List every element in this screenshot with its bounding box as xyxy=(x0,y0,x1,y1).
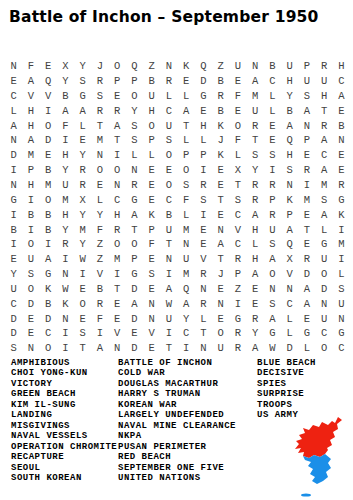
grid-cell-q14[interactable]: X xyxy=(281,252,298,267)
grid-cell-o10[interactable]: R xyxy=(247,193,264,208)
grid-cell-c10[interactable]: O xyxy=(40,193,57,208)
grid-cell-l9[interactable]: R xyxy=(195,178,212,193)
grid-cell-f5[interactable]: T xyxy=(91,118,108,133)
grid-cell-s5[interactable]: R xyxy=(316,118,333,133)
grid-cell-b17[interactable]: D xyxy=(22,297,39,312)
grid-cell-s7[interactable]: C xyxy=(316,148,333,163)
grid-cell-a17[interactable]: C xyxy=(5,297,22,312)
grid-cell-l14[interactable]: V xyxy=(195,252,212,267)
grid-cell-l5[interactable]: H xyxy=(195,118,212,133)
grid-cell-b19[interactable]: E xyxy=(22,326,39,341)
grid-cell-c20[interactable]: O xyxy=(40,341,57,356)
grid-cell-t19[interactable]: G xyxy=(333,326,350,341)
grid-cell-o4[interactable]: U xyxy=(247,104,264,119)
grid-cell-q10[interactable]: K xyxy=(281,193,298,208)
grid-cell-a14[interactable]: E xyxy=(5,252,22,267)
grid-cell-o3[interactable]: M xyxy=(247,89,264,104)
grid-cell-e5[interactable]: L xyxy=(74,118,91,133)
grid-cell-l1[interactable]: Q xyxy=(195,59,212,74)
grid-cell-q20[interactable]: D xyxy=(281,341,298,356)
grid-cell-k15[interactable]: M xyxy=(178,267,195,282)
grid-cell-c8[interactable]: B xyxy=(40,163,57,178)
grid-cell-i15[interactable]: S xyxy=(143,267,160,282)
grid-cell-o18[interactable]: R xyxy=(247,311,264,326)
grid-cell-a16[interactable]: U xyxy=(5,282,22,297)
grid-cell-n2[interactable]: E xyxy=(229,74,246,89)
grid-cell-h1[interactable]: Q xyxy=(126,59,143,74)
grid-cell-n4[interactable]: E xyxy=(229,104,246,119)
grid-cell-j6[interactable]: S xyxy=(160,133,177,148)
grid-cell-d13[interactable]: R xyxy=(57,237,74,252)
grid-cell-c14[interactable]: A xyxy=(40,252,57,267)
grid-cell-g16[interactable]: T xyxy=(109,282,126,297)
grid-cell-m14[interactable]: T xyxy=(212,252,229,267)
grid-cell-i4[interactable]: H xyxy=(143,104,160,119)
grid-cell-t11[interactable]: K xyxy=(333,208,350,223)
grid-cell-r4[interactable]: A xyxy=(298,104,315,119)
grid-cell-t14[interactable]: I xyxy=(333,252,350,267)
grid-cell-b9[interactable]: H xyxy=(22,178,39,193)
grid-cell-t13[interactable]: M xyxy=(333,237,350,252)
grid-cell-d6[interactable]: I xyxy=(57,133,74,148)
grid-cell-f12[interactable]: F xyxy=(91,222,108,237)
grid-cell-h17[interactable]: A xyxy=(126,297,143,312)
grid-cell-o15[interactable]: A xyxy=(247,267,264,282)
grid-cell-s9[interactable]: M xyxy=(316,178,333,193)
grid-cell-i13[interactable]: F xyxy=(143,237,160,252)
grid-cell-f13[interactable]: Z xyxy=(91,237,108,252)
grid-cell-l10[interactable]: S xyxy=(195,193,212,208)
grid-cell-m4[interactable]: B xyxy=(212,104,229,119)
grid-cell-p20[interactable]: W xyxy=(264,341,281,356)
grid-cell-p5[interactable]: E xyxy=(264,118,281,133)
grid-cell-k10[interactable]: F xyxy=(178,193,195,208)
grid-cell-e12[interactable]: M xyxy=(74,222,91,237)
grid-cell-b15[interactable]: S xyxy=(22,267,39,282)
grid-cell-k17[interactable]: A xyxy=(178,297,195,312)
grid-cell-b20[interactable]: N xyxy=(22,341,39,356)
grid-cell-k11[interactable]: L xyxy=(178,208,195,223)
grid-cell-p14[interactable]: A xyxy=(264,252,281,267)
grid-cell-f10[interactable]: L xyxy=(91,193,108,208)
grid-cell-n9[interactable]: T xyxy=(229,178,246,193)
grid-cell-q2[interactable]: H xyxy=(281,74,298,89)
grid-cell-l19[interactable]: T xyxy=(195,326,212,341)
grid-cell-p2[interactable]: C xyxy=(264,74,281,89)
grid-cell-r6[interactable]: P xyxy=(298,133,315,148)
grid-cell-f1[interactable]: J xyxy=(91,59,108,74)
grid-cell-k1[interactable]: K xyxy=(178,59,195,74)
grid-cell-b5[interactable]: H xyxy=(22,118,39,133)
grid-cell-i5[interactable]: O xyxy=(143,118,160,133)
grid-cell-q12[interactable]: A xyxy=(281,222,298,237)
grid-cell-s10[interactable]: S xyxy=(316,193,333,208)
grid-cell-r17[interactable]: A xyxy=(298,297,315,312)
grid-cell-s12[interactable]: L xyxy=(316,222,333,237)
grid-cell-e6[interactable]: E xyxy=(74,133,91,148)
grid-cell-e17[interactable]: O xyxy=(74,297,91,312)
grid-cell-m18[interactable]: E xyxy=(212,311,229,326)
grid-cell-t18[interactable]: N xyxy=(333,311,350,326)
grid-cell-m3[interactable]: R xyxy=(212,89,229,104)
grid-cell-d1[interactable]: X xyxy=(57,59,74,74)
grid-cell-l16[interactable]: N xyxy=(195,282,212,297)
grid-cell-j10[interactable]: C xyxy=(160,193,177,208)
grid-cell-p4[interactable]: L xyxy=(264,104,281,119)
grid-cell-c2[interactable]: Q xyxy=(40,74,57,89)
grid-cell-g4[interactable]: R xyxy=(109,104,126,119)
grid-cell-r2[interactable]: U xyxy=(298,74,315,89)
grid-cell-b3[interactable]: V xyxy=(22,89,39,104)
grid-cell-b14[interactable]: U xyxy=(22,252,39,267)
grid-cell-k5[interactable]: T xyxy=(178,118,195,133)
grid-cell-e14[interactable]: W xyxy=(74,252,91,267)
grid-cell-n19[interactable]: R xyxy=(229,326,246,341)
grid-cell-n10[interactable]: S xyxy=(229,193,246,208)
grid-cell-a19[interactable]: D xyxy=(5,326,22,341)
grid-cell-s3[interactable]: H xyxy=(316,89,333,104)
grid-cell-r3[interactable]: S xyxy=(298,89,315,104)
grid-cell-o1[interactable]: N xyxy=(247,59,264,74)
grid-cell-e10[interactable]: X xyxy=(74,193,91,208)
grid-cell-b12[interactable]: I xyxy=(22,222,39,237)
grid-cell-m20[interactable]: U xyxy=(212,341,229,356)
grid-cell-r11[interactable]: E xyxy=(298,208,315,223)
grid-cell-r7[interactable]: E xyxy=(298,148,315,163)
grid-cell-t5[interactable]: B xyxy=(333,118,350,133)
grid-cell-b8[interactable]: P xyxy=(22,163,39,178)
grid-cell-g6[interactable]: T xyxy=(109,133,126,148)
grid-cell-m16[interactable]: E xyxy=(212,282,229,297)
grid-cell-b16[interactable]: O xyxy=(22,282,39,297)
grid-cell-h18[interactable]: D xyxy=(126,311,143,326)
grid-cell-c15[interactable]: G xyxy=(40,267,57,282)
grid-cell-l18[interactable]: L xyxy=(195,311,212,326)
grid-cell-l8[interactable]: I xyxy=(195,163,212,178)
grid-cell-a20[interactable]: S xyxy=(5,341,22,356)
grid-cell-f11[interactable]: Y xyxy=(91,208,108,223)
grid-cell-g20[interactable]: N xyxy=(109,341,126,356)
grid-cell-i10[interactable]: E xyxy=(143,193,160,208)
grid-cell-d11[interactable]: H xyxy=(57,208,74,223)
grid-cell-a9[interactable]: N xyxy=(5,178,22,193)
grid-cell-h5[interactable]: S xyxy=(126,118,143,133)
grid-cell-a6[interactable]: N xyxy=(5,133,22,148)
grid-cell-k8[interactable]: O xyxy=(178,163,195,178)
grid-cell-e19[interactable]: S xyxy=(74,326,91,341)
grid-cell-g17[interactable]: E xyxy=(109,297,126,312)
grid-cell-s11[interactable]: A xyxy=(316,208,333,223)
grid-cell-o8[interactable]: Y xyxy=(247,163,264,178)
grid-cell-i9[interactable]: E xyxy=(143,178,160,193)
grid-cell-c12[interactable]: B xyxy=(40,222,57,237)
grid-cell-o16[interactable]: E xyxy=(247,282,264,297)
grid-cell-m8[interactable]: E xyxy=(212,163,229,178)
grid-cell-d19[interactable]: I xyxy=(57,326,74,341)
grid-cell-j8[interactable]: E xyxy=(160,163,177,178)
grid-cell-g13[interactable]: O xyxy=(109,237,126,252)
grid-cell-t9[interactable]: R xyxy=(333,178,350,193)
grid-cell-s6[interactable]: A xyxy=(316,133,333,148)
grid-cell-r18[interactable]: E xyxy=(298,311,315,326)
grid-cell-k7[interactable]: P xyxy=(178,148,195,163)
grid-cell-b4[interactable]: H xyxy=(22,104,39,119)
grid-cell-s14[interactable]: U xyxy=(316,252,333,267)
grid-cell-r9[interactable]: I xyxy=(298,178,315,193)
grid-cell-e20[interactable]: T xyxy=(74,341,91,356)
grid-cell-i16[interactable]: E xyxy=(143,282,160,297)
grid-cell-t17[interactable]: U xyxy=(333,297,350,312)
grid-cell-r19[interactable]: G xyxy=(298,326,315,341)
grid-cell-d7[interactable]: H xyxy=(57,148,74,163)
grid-cell-m2[interactable]: B xyxy=(212,74,229,89)
grid-cell-r5[interactable]: N xyxy=(298,118,315,133)
grid-cell-r12[interactable]: T xyxy=(298,222,315,237)
grid-cell-p18[interactable]: A xyxy=(264,311,281,326)
grid-cell-e15[interactable]: I xyxy=(74,267,91,282)
grid-cell-k3[interactable]: L xyxy=(178,89,195,104)
grid-cell-p12[interactable]: U xyxy=(264,222,281,237)
grid-cell-a15[interactable]: Y xyxy=(5,267,22,282)
grid-cell-m9[interactable]: E xyxy=(212,178,229,193)
grid-cell-b2[interactable]: A xyxy=(22,74,39,89)
grid-cell-e4[interactable]: A xyxy=(74,104,91,119)
grid-cell-s20[interactable]: O xyxy=(316,341,333,356)
grid-cell-e7[interactable]: Y xyxy=(74,148,91,163)
grid-cell-t3[interactable]: A xyxy=(333,89,350,104)
grid-cell-q5[interactable]: A xyxy=(281,118,298,133)
grid-cell-i6[interactable]: P xyxy=(143,133,160,148)
grid-cell-g11[interactable]: H xyxy=(109,208,126,223)
grid-cell-g5[interactable]: A xyxy=(109,118,126,133)
grid-cell-o7[interactable]: S xyxy=(247,148,264,163)
grid-cell-n3[interactable]: F xyxy=(229,89,246,104)
grid-cell-l6[interactable]: L xyxy=(195,133,212,148)
grid-cell-h14[interactable]: P xyxy=(126,252,143,267)
grid-cell-e18[interactable]: E xyxy=(74,311,91,326)
grid-cell-n20[interactable]: R xyxy=(229,341,246,356)
grid-cell-j17[interactable]: W xyxy=(160,297,177,312)
grid-cell-t2[interactable]: C xyxy=(333,74,350,89)
grid-cell-o9[interactable]: R xyxy=(247,178,264,193)
grid-cell-a7[interactable]: D xyxy=(5,148,22,163)
grid-cell-n16[interactable]: Z xyxy=(229,282,246,297)
grid-cell-t1[interactable]: H xyxy=(333,59,350,74)
grid-cell-n12[interactable]: V xyxy=(229,222,246,237)
grid-cell-i1[interactable]: Z xyxy=(143,59,160,74)
grid-cell-b13[interactable]: O xyxy=(22,237,39,252)
grid-cell-m17[interactable]: N xyxy=(212,297,229,312)
grid-cell-c7[interactable]: E xyxy=(40,148,57,163)
grid-cell-i8[interactable]: E xyxy=(143,163,160,178)
grid-cell-e13[interactable]: Y xyxy=(74,237,91,252)
grid-cell-m15[interactable]: J xyxy=(212,267,229,282)
grid-cell-h19[interactable]: E xyxy=(126,326,143,341)
grid-cell-o20[interactable]: A xyxy=(247,341,264,356)
grid-cell-h6[interactable]: S xyxy=(126,133,143,148)
grid-cell-e1[interactable]: Y xyxy=(74,59,91,74)
grid-cell-f19[interactable]: I xyxy=(91,326,108,341)
grid-cell-n6[interactable]: F xyxy=(229,133,246,148)
grid-cell-s4[interactable]: T xyxy=(316,104,333,119)
grid-cell-j2[interactable]: R xyxy=(160,74,177,89)
grid-cell-s15[interactable]: O xyxy=(316,267,333,282)
grid-cell-d2[interactable]: Y xyxy=(57,74,74,89)
grid-cell-t20[interactable]: C xyxy=(333,341,350,356)
grid-cell-j20[interactable]: T xyxy=(160,341,177,356)
grid-cell-g8[interactable]: O xyxy=(109,163,126,178)
grid-cell-n1[interactable]: U xyxy=(229,59,246,74)
grid-cell-p9[interactable]: R xyxy=(264,178,281,193)
grid-cell-h13[interactable]: O xyxy=(126,237,143,252)
grid-cell-a18[interactable]: D xyxy=(5,311,22,326)
grid-cell-j5[interactable]: U xyxy=(160,118,177,133)
grid-cell-q9[interactable]: N xyxy=(281,178,298,193)
grid-cell-j7[interactable]: O xyxy=(160,148,177,163)
grid-cell-j18[interactable]: U xyxy=(160,311,177,326)
grid-cell-o19[interactable]: Y xyxy=(247,326,264,341)
grid-cell-o17[interactable]: E xyxy=(247,297,264,312)
grid-cell-a8[interactable]: I xyxy=(5,163,22,178)
grid-cell-q7[interactable]: H xyxy=(281,148,298,163)
grid-cell-k12[interactable]: M xyxy=(178,222,195,237)
grid-cell-c9[interactable]: M xyxy=(40,178,57,193)
grid-cell-k2[interactable]: E xyxy=(178,74,195,89)
grid-cell-t7[interactable]: E xyxy=(333,148,350,163)
grid-cell-g19[interactable]: V xyxy=(109,326,126,341)
grid-cell-s13[interactable]: G xyxy=(316,237,333,252)
grid-cell-k6[interactable]: L xyxy=(178,133,195,148)
grid-cell-e9[interactable]: R xyxy=(74,178,91,193)
grid-cell-d10[interactable]: M xyxy=(57,193,74,208)
grid-cell-s18[interactable]: U xyxy=(316,311,333,326)
grid-cell-r13[interactable]: E xyxy=(298,237,315,252)
grid-cell-q4[interactable]: B xyxy=(281,104,298,119)
grid-cell-o2[interactable]: A xyxy=(247,74,264,89)
grid-cell-n13[interactable]: C xyxy=(229,237,246,252)
grid-cell-h11[interactable]: A xyxy=(126,208,143,223)
grid-cell-n11[interactable]: C xyxy=(229,208,246,223)
grid-cell-f6[interactable]: M xyxy=(91,133,108,148)
grid-cell-p6[interactable]: E xyxy=(264,133,281,148)
grid-cell-g14[interactable]: M xyxy=(109,252,126,267)
grid-cell-c11[interactable]: B xyxy=(40,208,57,223)
grid-cell-t6[interactable]: N xyxy=(333,133,350,148)
grid-cell-i12[interactable]: P xyxy=(143,222,160,237)
grid-cell-k16[interactable]: Q xyxy=(178,282,195,297)
grid-cell-k19[interactable]: C xyxy=(178,326,195,341)
grid-cell-n5[interactable]: O xyxy=(229,118,246,133)
grid-cell-p7[interactable]: S xyxy=(264,148,281,163)
grid-cell-q18[interactable]: L xyxy=(281,311,298,326)
grid-cell-l17[interactable]: R xyxy=(195,297,212,312)
grid-cell-k9[interactable]: S xyxy=(178,178,195,193)
grid-cell-d5[interactable]: F xyxy=(57,118,74,133)
grid-cell-h2[interactable]: P xyxy=(126,74,143,89)
grid-cell-b18[interactable]: E xyxy=(22,311,39,326)
grid-cell-l13[interactable]: E xyxy=(195,237,212,252)
grid-cell-m11[interactable]: E xyxy=(212,208,229,223)
grid-cell-f3[interactable]: S xyxy=(91,89,108,104)
grid-cell-s19[interactable]: C xyxy=(316,326,333,341)
grid-cell-r15[interactable]: D xyxy=(298,267,315,282)
grid-cell-p13[interactable]: S xyxy=(264,237,281,252)
grid-cell-t8[interactable]: E xyxy=(333,163,350,178)
grid-cell-l4[interactable]: E xyxy=(195,104,212,119)
grid-cell-p8[interactable]: I xyxy=(264,163,281,178)
grid-cell-d15[interactable]: N xyxy=(57,267,74,282)
grid-cell-g7[interactable]: I xyxy=(109,148,126,163)
grid-cell-j3[interactable]: L xyxy=(160,89,177,104)
grid-cell-t4[interactable]: E xyxy=(333,104,350,119)
grid-cell-a3[interactable]: C xyxy=(5,89,22,104)
grid-cell-i11[interactable]: K xyxy=(143,208,160,223)
grid-cell-i2[interactable]: B xyxy=(143,74,160,89)
grid-cell-l7[interactable]: P xyxy=(195,148,212,163)
grid-cell-j4[interactable]: C xyxy=(160,104,177,119)
grid-cell-f17[interactable]: R xyxy=(91,297,108,312)
grid-cell-l3[interactable]: G xyxy=(195,89,212,104)
grid-cell-c13[interactable]: I xyxy=(40,237,57,252)
grid-cell-a13[interactable]: I xyxy=(5,237,22,252)
grid-cell-c4[interactable]: I xyxy=(40,104,57,119)
grid-cell-k14[interactable]: U xyxy=(178,252,195,267)
grid-cell-h10[interactable]: G xyxy=(126,193,143,208)
grid-cell-s16[interactable]: D xyxy=(316,282,333,297)
grid-cell-s2[interactable]: U xyxy=(316,74,333,89)
grid-cell-a1[interactable]: N xyxy=(5,59,22,74)
grid-cell-b11[interactable]: B xyxy=(22,208,39,223)
grid-cell-m6[interactable]: J xyxy=(212,133,229,148)
grid-cell-t15[interactable]: L xyxy=(333,267,350,282)
grid-cell-i18[interactable]: N xyxy=(143,311,160,326)
grid-cell-r16[interactable]: A xyxy=(298,282,315,297)
grid-cell-c6[interactable]: D xyxy=(40,133,57,148)
grid-cell-l2[interactable]: D xyxy=(195,74,212,89)
grid-cell-n15[interactable]: P xyxy=(229,267,246,282)
grid-cell-f18[interactable]: F xyxy=(91,311,108,326)
grid-cell-g15[interactable]: I xyxy=(109,267,126,282)
grid-cell-d9[interactable]: U xyxy=(57,178,74,193)
grid-cell-f8[interactable]: O xyxy=(91,163,108,178)
grid-cell-c5[interactable]: O xyxy=(40,118,57,133)
grid-cell-e8[interactable]: R xyxy=(74,163,91,178)
grid-cell-q3[interactable]: Y xyxy=(281,89,298,104)
grid-cell-o12[interactable]: H xyxy=(247,222,264,237)
grid-cell-e16[interactable]: E xyxy=(74,282,91,297)
grid-cell-f14[interactable]: Z xyxy=(91,252,108,267)
grid-cell-a4[interactable]: L xyxy=(5,104,22,119)
grid-cell-m10[interactable]: T xyxy=(212,193,229,208)
grid-cell-p15[interactable]: O xyxy=(264,267,281,282)
grid-cell-d8[interactable]: Y xyxy=(57,163,74,178)
grid-cell-o14[interactable]: H xyxy=(247,252,264,267)
grid-cell-s8[interactable]: A xyxy=(316,163,333,178)
grid-cell-g1[interactable]: O xyxy=(109,59,126,74)
grid-cell-j14[interactable]: N xyxy=(160,252,177,267)
grid-cell-a10[interactable]: G xyxy=(5,193,22,208)
grid-cell-m7[interactable]: K xyxy=(212,148,229,163)
grid-cell-p16[interactable]: N xyxy=(264,282,281,297)
grid-cell-c1[interactable]: E xyxy=(40,59,57,74)
grid-cell-s17[interactable]: N xyxy=(316,297,333,312)
grid-cell-d18[interactable]: N xyxy=(57,311,74,326)
grid-cell-l20[interactable]: N xyxy=(195,341,212,356)
grid-cell-i19[interactable]: V xyxy=(143,326,160,341)
grid-cell-f20[interactable]: A xyxy=(91,341,108,356)
grid-cell-g3[interactable]: E xyxy=(109,89,126,104)
grid-cell-e11[interactable]: Y xyxy=(74,208,91,223)
